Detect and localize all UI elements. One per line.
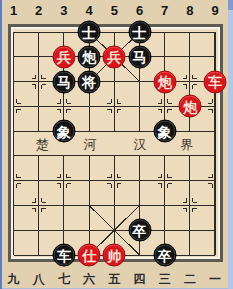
piece-black-horse[interactable]: 马 (128, 45, 151, 68)
bottom-file-label: 二 (184, 271, 196, 288)
piece-black-advisor[interactable]: 士 (128, 21, 151, 44)
piece-red-cannon[interactable]: 炮 (153, 70, 176, 93)
river-character: 汉 (134, 136, 147, 154)
bottom-file-label: 五 (108, 271, 120, 288)
piece-red-cannon[interactable]: 炮 (178, 95, 201, 118)
river-character: 界 (181, 136, 194, 154)
river-character: 楚 (36, 136, 49, 154)
window-left-border (0, 0, 2, 289)
top-file-label: 5 (111, 3, 118, 18)
piece-red-soldier[interactable]: 兵 (103, 45, 126, 68)
top-file-label: 6 (136, 3, 143, 18)
piece-black-horse[interactable]: 马 (52, 70, 75, 93)
bottom-file-label: 六 (83, 271, 95, 288)
bottom-file-label: 四 (134, 271, 146, 288)
river-character: 河 (84, 136, 97, 154)
top-file-label: 9 (211, 3, 218, 18)
window-right-strip-top (228, 0, 233, 10)
top-file-label: 3 (60, 3, 67, 18)
bottom-file-label: 三 (159, 271, 171, 288)
top-file-label: 7 (161, 3, 168, 18)
xiangqi-board-window: 楚河汉界 士士兵炮兵马马将炮车炮象象卒车仕帅卒 123456789 九八七六五四… (0, 0, 233, 289)
top-file-label: 4 (85, 3, 92, 18)
piece-red-general[interactable]: 帅 (103, 244, 126, 267)
bottom-file-label: 八 (33, 271, 45, 288)
piece-black-cannon[interactable]: 炮 (78, 45, 101, 68)
piece-black-elephant[interactable]: 象 (153, 120, 176, 143)
top-file-label: 1 (10, 3, 17, 18)
bottom-file-label: 九 (8, 271, 20, 288)
piece-black-elephant[interactable]: 象 (52, 120, 75, 143)
piece-black-soldier[interactable]: 卒 (153, 244, 176, 267)
piece-red-soldier[interactable]: 兵 (52, 45, 75, 68)
window-right-scroll-strip[interactable] (228, 0, 233, 289)
piece-red-advisor[interactable]: 仕 (78, 244, 101, 267)
top-file-label: 8 (186, 3, 193, 18)
piece-black-chariot[interactable]: 车 (52, 244, 75, 267)
top-file-label: 2 (35, 3, 42, 18)
bottom-file-label: 七 (58, 271, 70, 288)
piece-black-soldier[interactable]: 卒 (128, 219, 151, 242)
piece-black-advisor[interactable]: 士 (78, 21, 101, 44)
piece-black-general[interactable]: 将 (78, 70, 101, 93)
piece-red-chariot[interactable]: 车 (204, 70, 227, 93)
bottom-file-label: 一 (209, 271, 221, 288)
